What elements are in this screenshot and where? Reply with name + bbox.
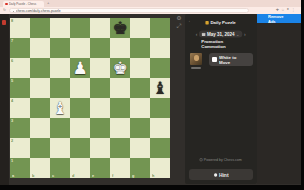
puzzle-title-row: Promotion Commotion	[185, 39, 257, 48]
daily-puzzle-trophy-icon	[206, 21, 209, 24]
square-c7[interactable]	[50, 38, 70, 58]
rank-label: 6	[11, 59, 13, 63]
square-f7[interactable]	[110, 38, 130, 58]
square-a8[interactable]: 8	[10, 18, 30, 38]
date-dropdown-caret-icon: ⌄	[236, 31, 239, 36]
square-c6[interactable]	[50, 58, 70, 78]
square-h6[interactable]	[150, 58, 170, 78]
creator-avatar[interactable]	[190, 53, 202, 65]
square-d2[interactable]	[70, 138, 90, 158]
square-d4[interactable]	[70, 98, 90, 118]
rank-label: 5	[11, 79, 13, 83]
piece-white-king[interactable]: ♚	[110, 58, 130, 78]
creator-name-text	[191, 67, 201, 69]
white-square-icon	[212, 57, 217, 62]
file-label: h	[152, 174, 154, 178]
square-f3[interactable]	[110, 118, 130, 138]
footer-note-text: Powered by Chess.com	[204, 157, 242, 161]
file-label: a	[12, 174, 14, 178]
square-h2[interactable]	[150, 138, 170, 158]
square-c2[interactable]	[50, 138, 70, 158]
square-a6[interactable]: 6	[10, 58, 30, 78]
square-c8[interactable]	[50, 18, 70, 38]
hint-button-label: Hint	[219, 172, 229, 178]
panel-title: Daily Puzzle	[211, 20, 236, 25]
avatar-face	[194, 55, 199, 61]
square-e6[interactable]	[90, 58, 110, 78]
lock-icon	[13, 11, 15, 13]
square-b5[interactable]	[30, 78, 50, 98]
back-arrow-icon[interactable]: ←	[188, 18, 192, 23]
square-h8[interactable]	[150, 18, 170, 38]
square-g3[interactable]	[130, 118, 150, 138]
square-e1[interactable]: e	[90, 158, 110, 178]
square-a4[interactable]: 4	[10, 98, 30, 118]
browser-window: Daily Puzzle - Chess + ↻ chess.com/daily…	[0, 0, 301, 185]
reload-icon[interactable]: ↻	[3, 7, 6, 11]
chess-board[interactable]: 87654321abcdefgh♚♟♚♝♝	[10, 18, 170, 178]
square-b6[interactable]	[30, 58, 50, 78]
rank-label: 2	[11, 139, 13, 143]
url-text: chess.com/daily-chess-puzzle	[16, 9, 61, 12]
piece-black-bishop[interactable]: ♝	[150, 78, 170, 98]
date-navigation: ‹ May 31, 2024 ⌄ ›	[185, 28, 257, 39]
square-d3[interactable]	[70, 118, 90, 138]
square-b7[interactable]	[30, 38, 50, 58]
square-e4[interactable]	[90, 98, 110, 118]
browser-action-icons: ✚ ☆ ● ⋮	[276, 7, 295, 11]
file-label: d	[72, 174, 74, 178]
puzzle-title: Promotion Commotion	[201, 39, 241, 49]
square-b3[interactable]	[30, 118, 50, 138]
square-b4[interactable]	[30, 98, 50, 118]
to-move-row: White to Move	[189, 53, 253, 70]
square-d1[interactable]: d	[70, 158, 90, 178]
panel-footer-note: Powered by Chess.com	[185, 156, 257, 163]
square-e7[interactable]	[90, 38, 110, 58]
square-h4[interactable]	[150, 98, 170, 118]
white-to-move-badge: White to Move	[209, 53, 253, 66]
square-f5[interactable]	[110, 78, 130, 98]
bookmark-star-icon[interactable]: ☆	[281, 7, 284, 11]
square-a7[interactable]: 7	[10, 38, 30, 58]
file-label: f	[112, 174, 113, 178]
menu-icon[interactable]: ⋮	[291, 7, 295, 11]
square-h3[interactable]	[150, 118, 170, 138]
remove-ads-button[interactable]: Remove Ads	[257, 14, 301, 23]
rank-label: 3	[11, 119, 13, 123]
left-nav-strip	[0, 14, 9, 185]
square-g4[interactable]	[130, 98, 150, 118]
file-label: b	[32, 174, 34, 178]
square-a5[interactable]: 5	[10, 78, 30, 98]
square-g7[interactable]	[130, 38, 150, 58]
square-g1[interactable]: g	[130, 158, 150, 178]
site-logo-icon[interactable]	[2, 20, 6, 25]
page-background: 87654321abcdefgh♚♟♚♝♝ ⚙ ⤢ ← Daily Puzzle…	[0, 14, 301, 185]
square-c1[interactable]: c	[50, 158, 70, 178]
square-g2[interactable]	[130, 138, 150, 158]
rank-label: 7	[11, 39, 13, 43]
hint-button[interactable]: Hint	[189, 169, 253, 180]
right-margin	[257, 23, 301, 184]
browser-tab-bar: Daily Puzzle - Chess +	[0, 0, 301, 7]
square-e3[interactable]	[90, 118, 110, 138]
file-label: e	[92, 174, 94, 178]
file-label: c	[52, 174, 54, 178]
square-d7[interactable]	[70, 38, 90, 58]
daily-puzzle-panel: ← Daily Puzzle ‹ May 31, 2024 ⌄ ›	[185, 14, 257, 184]
square-a3[interactable]: 3	[10, 118, 30, 138]
puzzle-date: May 31, 2024	[207, 31, 235, 36]
rank-label: 1	[11, 159, 13, 163]
square-h7[interactable]	[150, 38, 170, 58]
browser-toolbar: ↻ chess.com/daily-chess-puzzle ✚ ☆ ● ⋮	[0, 7, 301, 14]
tab-title: Daily Puzzle - Chess	[9, 2, 36, 5]
lightbulb-icon	[214, 173, 217, 176]
square-b2[interactable]	[30, 138, 50, 158]
extension-icon[interactable]: ✚	[276, 7, 279, 11]
to-move-label: White to Move	[219, 55, 238, 65]
new-tab-button[interactable]: +	[47, 0, 49, 4]
square-f1[interactable]: f	[110, 158, 130, 178]
remove-ads-label: Remove Ads	[268, 14, 290, 23]
square-a2[interactable]: 2	[10, 138, 30, 158]
next-day-chevron[interactable]: ›	[243, 31, 248, 37]
square-d5[interactable]	[70, 78, 90, 98]
profile-icon[interactable]: ●	[287, 7, 289, 11]
address-bar[interactable]: chess.com/daily-chess-puzzle	[9, 8, 249, 13]
square-f4[interactable]	[110, 98, 130, 118]
date-picker[interactable]: May 31, 2024 ⌄	[199, 30, 242, 37]
square-b8[interactable]	[30, 18, 50, 38]
square-h1[interactable]: h	[150, 158, 170, 178]
settings-gear-icon[interactable]: ⚙	[176, 15, 181, 22]
rank-label: 4	[11, 99, 13, 103]
square-e8[interactable]	[90, 18, 110, 38]
mini-board-icon	[200, 158, 203, 161]
square-d8[interactable]	[70, 18, 90, 38]
rank-label: 8	[11, 19, 13, 23]
square-g6[interactable]	[130, 58, 150, 78]
square-c5[interactable]	[50, 78, 70, 98]
square-f2[interactable]	[110, 138, 130, 158]
file-label: g	[132, 174, 134, 178]
expand-board-icon[interactable]: ⤢	[177, 23, 182, 30]
piece-white-bishop[interactable]: ♝	[50, 98, 70, 118]
calendar-icon	[202, 32, 206, 36]
square-g5[interactable]	[130, 78, 150, 98]
square-c3[interactable]	[50, 118, 70, 138]
square-g8[interactable]	[130, 18, 150, 38]
piece-black-king[interactable]: ♚	[110, 18, 130, 38]
panel-header: ← Daily Puzzle	[185, 17, 257, 28]
square-a1[interactable]: 1a	[10, 158, 30, 178]
board-tools: ⚙ ⤢	[174, 15, 184, 30]
square-e2[interactable]	[90, 138, 110, 158]
site-favicon-icon	[5, 3, 8, 6]
square-b1[interactable]: b	[30, 158, 50, 178]
square-e5[interactable]	[90, 78, 110, 98]
piece-white-pawn[interactable]: ♟	[70, 58, 90, 78]
